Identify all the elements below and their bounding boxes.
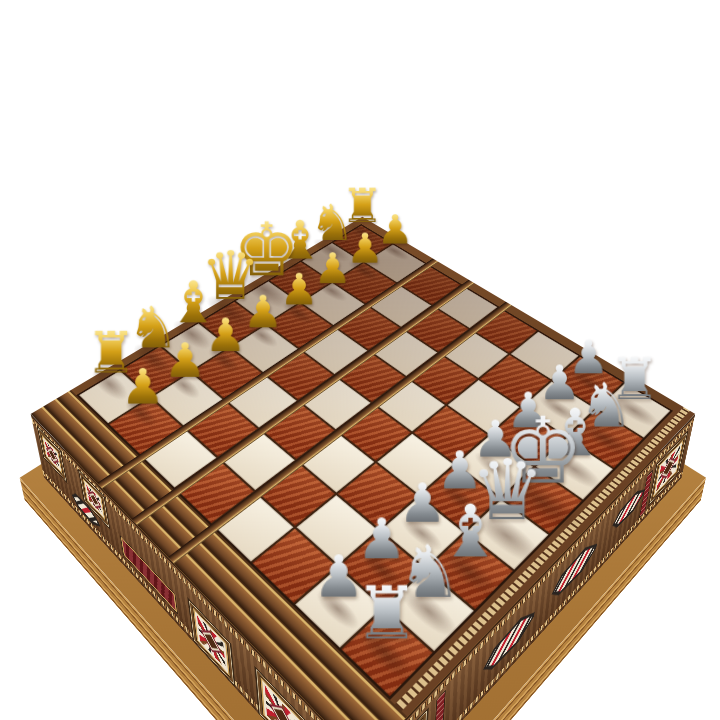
product-photo-scene: ♜♞♟♝♟♚♟♛♟♝♟♞♟♟♜♟♟♜♟♟♞♟♝♟♚♟♛♟♝♟♞♜: [0, 0, 720, 720]
chess-piece-glyph: ♟: [121, 362, 165, 411]
chess-box: ♜♞♟♝♟♚♟♛♟♝♟♞♟♟♜♟♟♜♟♟♞♟♝♟♚♟♛♟♝♟♞♜: [31, 217, 696, 720]
chess-piece-glyph: ♜: [354, 577, 420, 650]
